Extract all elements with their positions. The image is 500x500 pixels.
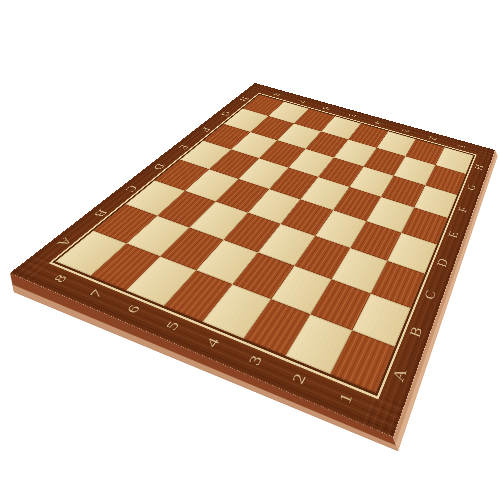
product-photo: 8877665544332211AABBCCDDEEFFGGHH [0, 0, 500, 500]
